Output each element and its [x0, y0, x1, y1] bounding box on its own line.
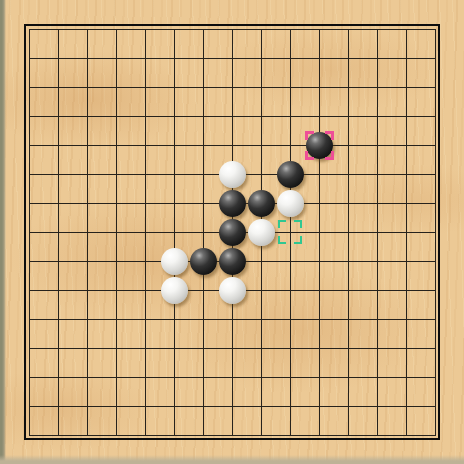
gomoku-app: [0, 0, 464, 464]
black-stone: [219, 190, 246, 217]
black-stone: [190, 248, 217, 275]
white-stone: [161, 277, 188, 304]
board-edge-left: [0, 0, 6, 464]
last-move-marker: [305, 131, 334, 160]
marker-corner: [294, 220, 302, 228]
black-stone: [248, 190, 275, 217]
white-stone: [248, 219, 275, 246]
marker-corner: [278, 220, 286, 228]
marker-corner: [278, 236, 286, 244]
marker-corner: [325, 151, 334, 160]
gomoku-board[interactable]: [0, 0, 464, 464]
marker-corner: [305, 151, 314, 160]
white-stone: [219, 277, 246, 304]
hint-marker: [278, 220, 302, 244]
board-edge-bottom: [0, 455, 464, 464]
white-stone: [277, 190, 304, 217]
black-stone: [219, 248, 246, 275]
marker-corner: [325, 131, 334, 140]
black-stone: [277, 161, 304, 188]
marker-corner: [305, 131, 314, 140]
black-stone: [219, 219, 246, 246]
white-stone: [219, 161, 246, 188]
white-stone: [161, 248, 188, 275]
stones-layer: [15, 15, 450, 450]
marker-corner: [294, 236, 302, 244]
